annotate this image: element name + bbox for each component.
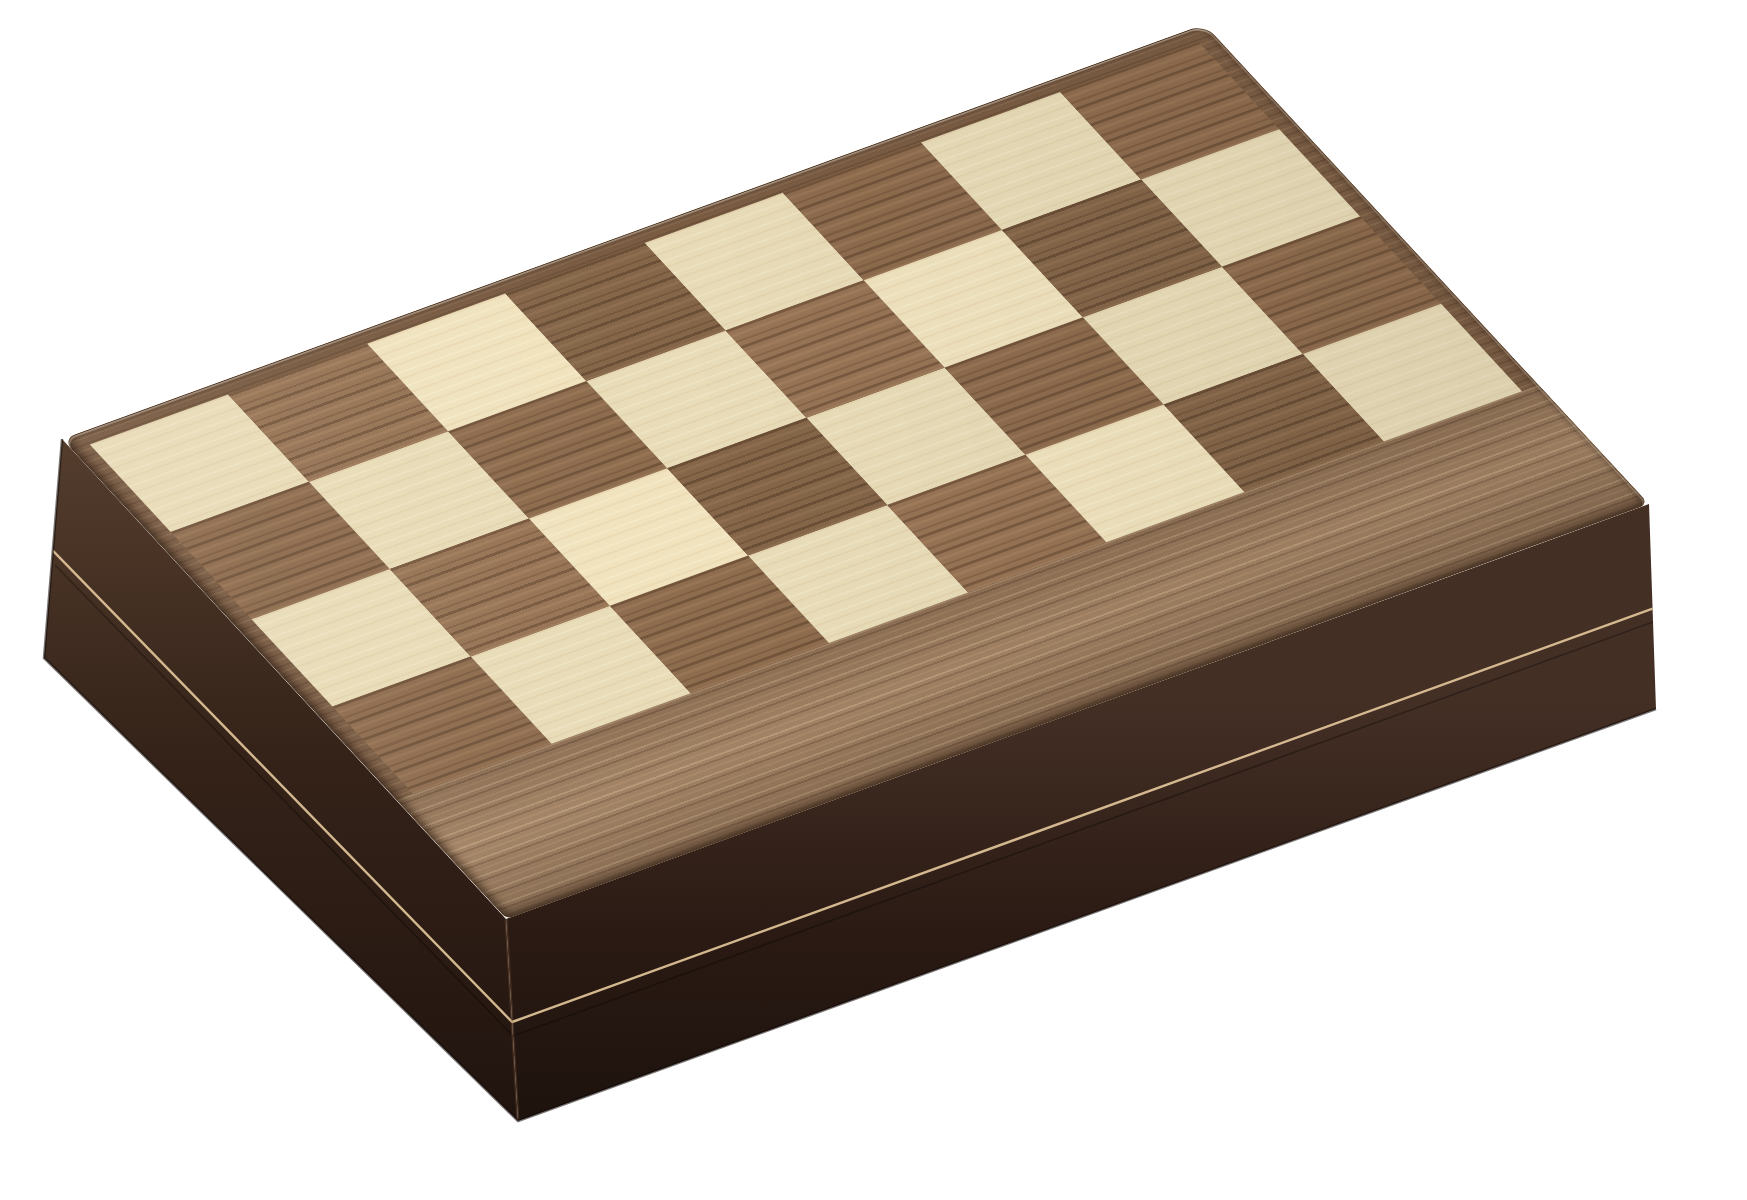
chess-box-photo [0,0,1747,1200]
